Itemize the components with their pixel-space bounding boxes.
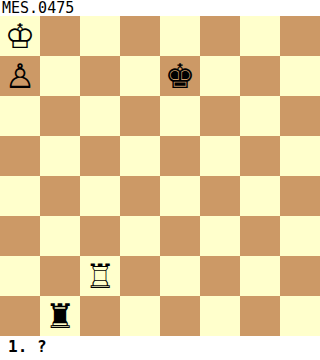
square-h6[interactable]: [280, 96, 320, 136]
square-f5[interactable]: [200, 136, 240, 176]
square-g6[interactable]: [240, 96, 280, 136]
chess-puzzle-window: MES.0475 ♔♙♚♖♜ 1. ?: [0, 0, 320, 360]
square-h2[interactable]: [280, 256, 320, 296]
square-f2[interactable]: [200, 256, 240, 296]
square-g8[interactable]: [240, 16, 280, 56]
square-h1[interactable]: [280, 296, 320, 336]
piece-black-king[interactable]: ♚: [165, 56, 195, 96]
piece-black-rook[interactable]: ♜: [45, 296, 75, 336]
square-g1[interactable]: [240, 296, 280, 336]
square-a7[interactable]: ♙: [0, 56, 40, 96]
piece-white-pawn[interactable]: ♙: [5, 56, 35, 96]
square-a1[interactable]: [0, 296, 40, 336]
square-c7[interactable]: [80, 56, 120, 96]
square-h4[interactable]: [280, 176, 320, 216]
square-g5[interactable]: [240, 136, 280, 176]
square-b8[interactable]: [40, 16, 80, 56]
square-a6[interactable]: [0, 96, 40, 136]
square-c4[interactable]: [80, 176, 120, 216]
square-a2[interactable]: [0, 256, 40, 296]
square-a3[interactable]: [0, 216, 40, 256]
square-c8[interactable]: [80, 16, 120, 56]
square-e3[interactable]: [160, 216, 200, 256]
square-e1[interactable]: [160, 296, 200, 336]
square-b2[interactable]: [40, 256, 80, 296]
square-d6[interactable]: [120, 96, 160, 136]
square-f1[interactable]: [200, 296, 240, 336]
square-e6[interactable]: [160, 96, 200, 136]
square-c5[interactable]: [80, 136, 120, 176]
square-d7[interactable]: [120, 56, 160, 96]
square-g7[interactable]: [240, 56, 280, 96]
square-h7[interactable]: [280, 56, 320, 96]
puzzle-title: MES.0475: [0, 0, 320, 16]
square-e4[interactable]: [160, 176, 200, 216]
square-f4[interactable]: [200, 176, 240, 216]
square-c3[interactable]: [80, 216, 120, 256]
square-h8[interactable]: [280, 16, 320, 56]
square-e8[interactable]: [160, 16, 200, 56]
square-b3[interactable]: [40, 216, 80, 256]
square-b1[interactable]: ♜: [40, 296, 80, 336]
square-e2[interactable]: [160, 256, 200, 296]
chess-board[interactable]: ♔♙♚♖♜: [0, 16, 320, 336]
square-b4[interactable]: [40, 176, 80, 216]
square-a5[interactable]: [0, 136, 40, 176]
square-a4[interactable]: [0, 176, 40, 216]
square-b5[interactable]: [40, 136, 80, 176]
square-g3[interactable]: [240, 216, 280, 256]
piece-white-king[interactable]: ♔: [5, 16, 35, 56]
square-g4[interactable]: [240, 176, 280, 216]
square-f7[interactable]: [200, 56, 240, 96]
square-d1[interactable]: [120, 296, 160, 336]
square-h3[interactable]: [280, 216, 320, 256]
square-d4[interactable]: [120, 176, 160, 216]
square-f3[interactable]: [200, 216, 240, 256]
square-c2[interactable]: ♖: [80, 256, 120, 296]
piece-white-rook[interactable]: ♖: [85, 256, 115, 296]
square-b6[interactable]: [40, 96, 80, 136]
square-b7[interactable]: [40, 56, 80, 96]
square-e7[interactable]: ♚: [160, 56, 200, 96]
square-a8[interactable]: ♔: [0, 16, 40, 56]
square-g2[interactable]: [240, 256, 280, 296]
square-d5[interactable]: [120, 136, 160, 176]
square-d8[interactable]: [120, 16, 160, 56]
square-c6[interactable]: [80, 96, 120, 136]
square-f6[interactable]: [200, 96, 240, 136]
move-prompt: 1. ?: [0, 336, 320, 360]
square-h5[interactable]: [280, 136, 320, 176]
square-c1[interactable]: [80, 296, 120, 336]
square-d2[interactable]: [120, 256, 160, 296]
square-d3[interactable]: [120, 216, 160, 256]
square-f8[interactable]: [200, 16, 240, 56]
square-e5[interactable]: [160, 136, 200, 176]
